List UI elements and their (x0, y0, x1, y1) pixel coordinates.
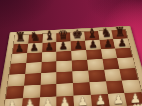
square-f4 (88, 70, 106, 82)
piece-black-pawn: ♟ (71, 39, 86, 50)
piece-black-bishop: ♝ (84, 27, 99, 40)
square-b4 (24, 73, 41, 85)
piece-black-pawn: ♟ (12, 42, 27, 53)
square-f2: ♟ (91, 94, 110, 106)
piece-black-bishop: ♝ (42, 29, 57, 42)
piece-white-pawn: ♟ (38, 97, 56, 106)
board-grid: ♜♞♝♛♚♝♞♜♟♟♟♟♟♟♟♟♟♟♟♟♟♟♟♟♜♞♝♛♚♝♞♜ (1, 30, 142, 106)
piece-black-pawn: ♟ (56, 40, 71, 51)
square-c2: ♟ (39, 96, 57, 106)
photo-scene: ♜♞♝♛♚♝♞♜♟♟♟♟♟♟♟♟♟♟♟♟♟♟♟♟♜♞♝♛♚♝♞♜ (0, 0, 142, 106)
square-h2: ♟ (124, 92, 142, 106)
square-h4 (120, 68, 139, 80)
piece-white-pawn: ♟ (21, 98, 39, 106)
square-a2: ♟ (4, 98, 23, 106)
square-f3 (89, 81, 107, 94)
square-e3 (73, 82, 91, 95)
square-a3 (6, 85, 24, 98)
piece-white-pawn: ♟ (56, 96, 74, 106)
square-c4 (40, 72, 56, 84)
square-d2: ♟ (57, 95, 75, 106)
board-tilt-wrapper: ♜♞♝♛♚♝♞♜♟♟♟♟♟♟♟♟♟♟♟♟♟♟♟♟♜♞♝♛♚♝♞♜ (0, 0, 142, 106)
piece-black-king: ♚ (70, 28, 85, 41)
square-c3 (40, 84, 57, 97)
square-e4 (72, 71, 89, 83)
piece-black-pawn: ♟ (115, 37, 130, 48)
piece-black-knight: ♞ (27, 30, 42, 43)
piece-black-pawn: ♟ (27, 41, 42, 52)
square-h3 (122, 79, 142, 92)
piece-black-rook: ♜ (113, 26, 128, 39)
piece-black-queen: ♛ (56, 29, 71, 42)
square-d4 (57, 71, 73, 83)
piece-white-pawn: ♟ (109, 93, 127, 106)
piece-white-pawn: ♟ (3, 99, 21, 106)
square-a4 (8, 74, 25, 86)
piece-black-pawn: ♟ (41, 41, 56, 52)
piece-white-pawn: ♟ (127, 92, 142, 105)
square-b3 (23, 85, 41, 98)
piece-white-pawn: ♟ (74, 95, 92, 106)
square-e2: ♟ (74, 94, 92, 106)
square-b2: ♟ (21, 97, 39, 106)
piece-white-pawn: ♟ (91, 94, 109, 106)
square-h1: ♜ (127, 105, 142, 106)
piece-black-rook: ♜ (13, 31, 28, 44)
chess-board: ♜♞♝♛♚♝♞♜♟♟♟♟♟♟♟♟♟♟♟♟♟♟♟♟♜♞♝♛♚♝♞♜ (0, 26, 142, 106)
square-d3 (57, 83, 74, 96)
